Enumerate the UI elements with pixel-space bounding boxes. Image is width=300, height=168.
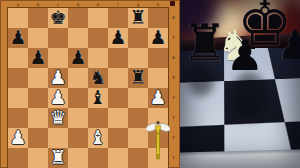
square-g8[interactable]: ♜: [128, 8, 148, 28]
square-g2[interactable]: [128, 128, 148, 148]
square-f4[interactable]: [108, 88, 128, 108]
white-pawn: ♟: [49, 87, 66, 107]
square-c6[interactable]: [48, 48, 68, 68]
square-b7[interactable]: [28, 28, 48, 48]
white-bishop: ♝: [89, 127, 106, 147]
square-h2[interactable]: [148, 128, 168, 148]
white-queen: ♛: [49, 107, 66, 127]
rank-label-7: 7: [168, 28, 179, 48]
square-d7[interactable]: [68, 28, 88, 48]
square-c7[interactable]: [48, 28, 68, 48]
file-label-f: f: [108, 1, 128, 8]
rank-label-4: 4: [168, 88, 179, 108]
black-rook: ♜: [129, 67, 146, 87]
black-pawn: ♟: [9, 27, 26, 47]
square-a1[interactable]: [8, 148, 28, 168]
square-a7[interactable]: ♟: [8, 28, 28, 48]
black-bishop: ♝: [89, 87, 106, 107]
square-b3[interactable]: [28, 108, 48, 128]
square-e7[interactable]: [88, 28, 108, 48]
square-d8[interactable]: [68, 8, 88, 28]
square-a5[interactable]: [8, 68, 28, 88]
white-pawn: ♟: [9, 127, 26, 147]
square-e2[interactable]: ♝: [88, 128, 108, 148]
file-label-h: h: [148, 1, 168, 8]
black-pawn: ♟: [109, 27, 126, 47]
square-c4[interactable]: ♟: [48, 88, 68, 108]
square-b6[interactable]: ♟: [28, 48, 48, 68]
square-b1[interactable]: [28, 148, 48, 168]
square-f2[interactable]: [108, 128, 128, 148]
file-label-b: b: [28, 1, 48, 8]
square-b4[interactable]: [28, 88, 48, 108]
square-h1[interactable]: [148, 148, 168, 168]
square-d4[interactable]: [68, 88, 88, 108]
square-h3[interactable]: [148, 108, 168, 128]
black-rook: ♜: [129, 7, 146, 27]
square-h8[interactable]: [148, 8, 168, 28]
square-f1[interactable]: [108, 148, 128, 168]
thumbnail-screen: abcdefgh 87654321 ♚♜♟♟♟♟♟♟♞♜♟♝♟♛♟♝♜ ♜ ♚ …: [0, 0, 300, 168]
square-g1[interactable]: [128, 148, 148, 168]
square-g7[interactable]: [128, 28, 148, 48]
rank-label-5: 5: [168, 68, 179, 88]
file-label-a: a: [8, 1, 28, 8]
square-g5[interactable]: ♜: [128, 68, 148, 88]
square-b8[interactable]: [28, 8, 48, 28]
white-pawn: ♟: [49, 67, 66, 87]
turn-indicator-dot: [170, 1, 175, 6]
black-king: ♚: [49, 7, 66, 27]
square-d1[interactable]: [68, 148, 88, 168]
square-h6[interactable]: [148, 48, 168, 68]
square-h7[interactable]: ♟: [148, 28, 168, 48]
file-label-e: e: [88, 1, 108, 8]
rank-label-2: 2: [168, 128, 179, 148]
square-e3[interactable]: [88, 108, 108, 128]
square-h4[interactable]: ♟: [148, 88, 168, 108]
white-pawn: ♟: [149, 87, 166, 107]
black-knight: ♞: [89, 67, 106, 87]
square-c2[interactable]: [48, 128, 68, 148]
square-a8[interactable]: [8, 8, 28, 28]
square-f8[interactable]: [108, 8, 128, 28]
white-rook: ♜: [49, 147, 66, 167]
square-d3[interactable]: [68, 108, 88, 128]
square-g4[interactable]: [128, 88, 148, 108]
chess-diagram-2d: abcdefgh 87654321 ♚♜♟♟♟♟♟♟♞♜♟♝♟♛♟♝♜: [0, 0, 180, 168]
square-c8[interactable]: ♚: [48, 8, 68, 28]
square-a3[interactable]: [8, 108, 28, 128]
chess-board[interactable]: ♚♜♟♟♟♟♟♟♞♜♟♝♟♛♟♝♜: [8, 8, 168, 168]
file-label-d: d: [68, 1, 88, 8]
black-pawn: ♟: [29, 47, 46, 67]
rank-label-3: 3: [168, 108, 179, 128]
square-f5[interactable]: [108, 68, 128, 88]
rank-label-8: 8: [168, 8, 179, 28]
square-e5[interactable]: ♞: [88, 68, 108, 88]
square-a2[interactable]: ♟: [8, 128, 28, 148]
rank-label-1: 1: [168, 148, 179, 168]
square-h5[interactable]: [148, 68, 168, 88]
square-e4[interactable]: ♝: [88, 88, 108, 108]
square-b2[interactable]: [28, 128, 48, 148]
rank-label-6: 6: [168, 48, 179, 68]
square-d5[interactable]: [68, 68, 88, 88]
square-f7[interactable]: ♟: [108, 28, 128, 48]
square-f3[interactable]: [108, 108, 128, 128]
square-b5[interactable]: [28, 68, 48, 88]
square-e6[interactable]: [88, 48, 108, 68]
square-g3[interactable]: [128, 108, 148, 128]
square-a6[interactable]: [8, 48, 28, 68]
black-pawn: ♟: [69, 47, 86, 67]
square-c5[interactable]: ♟: [48, 68, 68, 88]
square-g6[interactable]: [128, 48, 148, 68]
black-pawn: ♟: [149, 27, 166, 47]
square-a4[interactable]: [8, 88, 28, 108]
square-e8[interactable]: [88, 8, 108, 28]
photo-vignette: [180, 0, 300, 168]
square-d2[interactable]: [68, 128, 88, 148]
square-c1[interactable]: ♜: [48, 148, 68, 168]
chess-photo-3d: ♜ ♚ ♞ ♟ ♟: [180, 0, 300, 168]
square-f6[interactable]: [108, 48, 128, 68]
square-e1[interactable]: [88, 148, 108, 168]
square-d6[interactable]: ♟: [68, 48, 88, 68]
square-c3[interactable]: ♛: [48, 108, 68, 128]
